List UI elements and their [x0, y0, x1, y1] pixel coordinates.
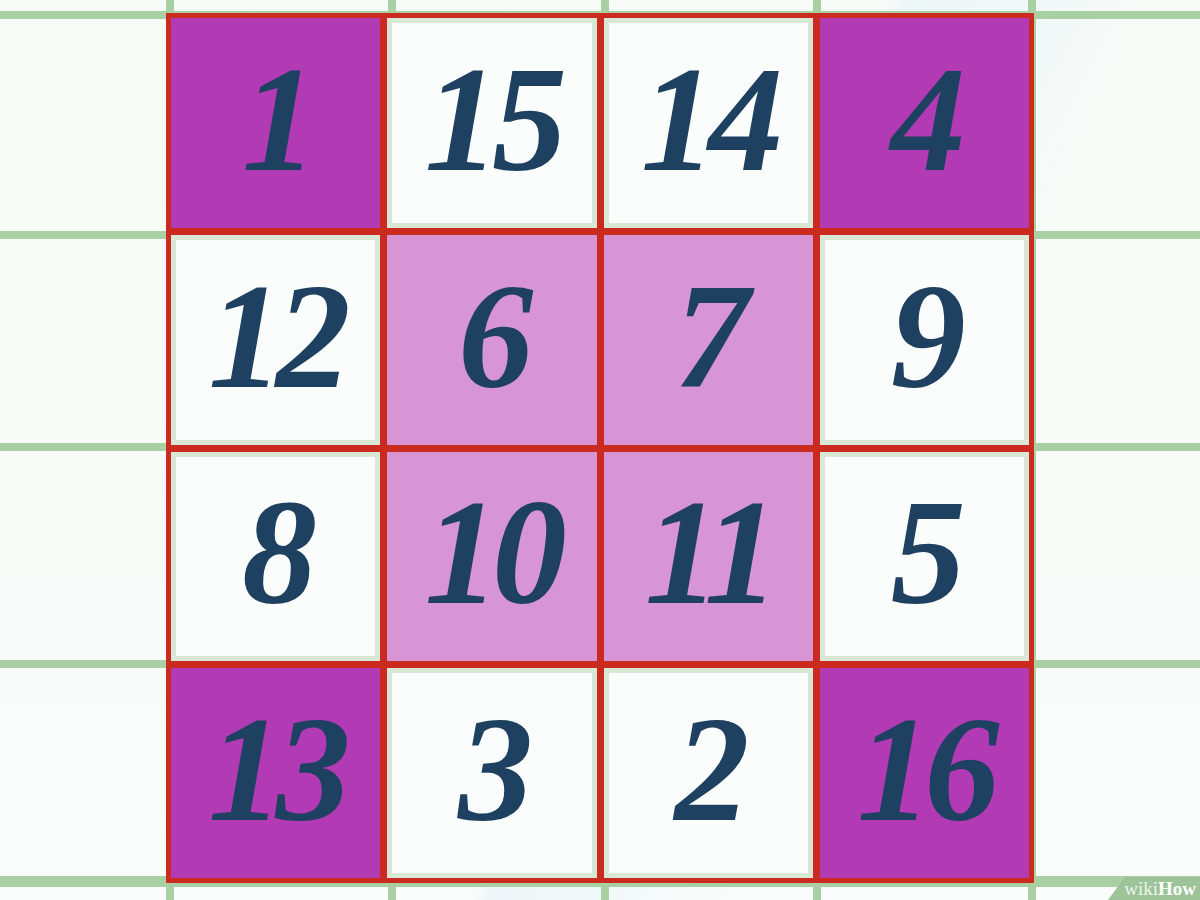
- cell-r4c4: 16: [820, 668, 1029, 878]
- cell-r2c3: 7: [604, 235, 813, 445]
- cell-r3c2: 10: [387, 452, 596, 662]
- cell-r1c2: 15: [387, 18, 596, 228]
- cell-value: 4: [891, 44, 959, 194]
- cell-r4c3: 2: [604, 668, 813, 878]
- cell-value: 2: [674, 694, 742, 844]
- cell-r4c2: 3: [387, 668, 596, 878]
- cell-value: 9: [891, 261, 959, 411]
- wikihow-watermark-wiki: wiki: [1124, 879, 1158, 898]
- wikihow-watermark-how: How: [1158, 879, 1196, 898]
- cell-value: 1: [242, 44, 310, 194]
- cell-r3c4: 5: [820, 452, 1029, 662]
- cell-r4c1: 13: [171, 668, 380, 878]
- cell-value: 5: [891, 477, 959, 627]
- cell-r3c1: 8: [171, 452, 380, 662]
- cell-value: 14: [641, 44, 776, 194]
- magic-square-board: 1 15 14 4 12 6 7 9 8 10 11 5 13 3 2 16: [166, 13, 1034, 883]
- cell-value: 8: [242, 477, 310, 627]
- cell-value: 12: [208, 261, 343, 411]
- cell-r1c3: 14: [604, 18, 813, 228]
- cell-r1c4: 4: [820, 18, 1029, 228]
- cell-r1c1: 1: [171, 18, 380, 228]
- cell-value: 10: [424, 477, 559, 627]
- cell-value: 13: [208, 694, 343, 844]
- cell-value: 11: [645, 477, 772, 627]
- cell-r2c2: 6: [387, 235, 596, 445]
- cell-r3c3: 11: [604, 452, 813, 662]
- cell-value: 15: [424, 44, 559, 194]
- cell-r2c1: 12: [171, 235, 380, 445]
- cell-value: 16: [857, 694, 992, 844]
- cell-value: 3: [458, 694, 526, 844]
- cell-r2c4: 9: [820, 235, 1029, 445]
- cell-value: 7: [674, 261, 742, 411]
- cell-value: 6: [458, 261, 526, 411]
